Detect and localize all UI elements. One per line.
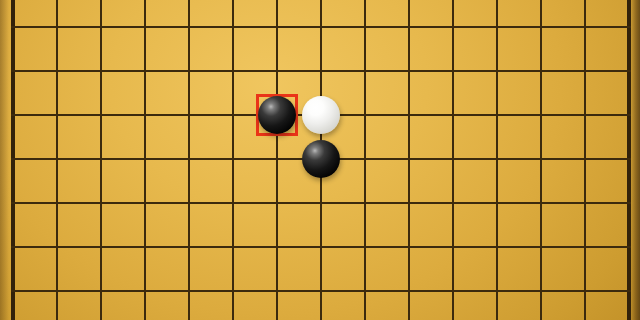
stones-layer	[0, 0, 640, 320]
goban[interactable]	[0, 0, 640, 320]
black-stone[interactable]	[302, 140, 340, 178]
white-stone[interactable]	[302, 96, 340, 134]
black-stone[interactable]	[258, 96, 296, 134]
